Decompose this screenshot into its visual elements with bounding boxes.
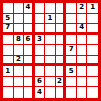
given-digit: 8 (16, 36, 21, 43)
cell-r3c5[interactable] (45, 24, 56, 35)
given-digit: 7 (69, 46, 74, 53)
cell-r5c3[interactable] (24, 45, 35, 56)
cell-r8c3[interactable] (24, 77, 35, 88)
cell-r6c1[interactable] (3, 56, 14, 67)
given-digit: 2 (57, 78, 62, 85)
cell-r1c8[interactable]: 2 (77, 3, 88, 14)
given-digit: 4 (37, 89, 42, 96)
cell-r1c5[interactable] (45, 3, 56, 14)
cell-r3c1[interactable]: 7 (3, 24, 14, 35)
cell-r5c4[interactable] (35, 45, 46, 56)
cell-r2c5[interactable]: 1 (45, 14, 56, 25)
cell-r7c6[interactable] (56, 66, 67, 77)
cell-r7c9[interactable] (87, 66, 98, 77)
cell-r6c2[interactable]: 2 (14, 56, 25, 67)
cell-r1c6[interactable] (56, 3, 67, 14)
cell-r7c2[interactable] (14, 66, 25, 77)
cell-r9c1[interactable] (3, 87, 14, 98)
given-digit: 5 (5, 15, 10, 22)
cell-r2c4[interactable] (35, 14, 46, 25)
cell-r5c6[interactable] (56, 45, 67, 56)
cell-r2c6[interactable] (56, 14, 67, 25)
given-digit: 3 (37, 36, 42, 43)
given-digit: 6 (37, 78, 42, 85)
given-digit: 6 (25, 36, 30, 43)
given-digit: 5 (69, 68, 74, 75)
cell-r5c9[interactable] (87, 45, 98, 56)
cell-r9c8[interactable] (77, 87, 88, 98)
given-digit: 7 (5, 24, 10, 31)
cell-r2c3[interactable] (24, 14, 35, 25)
cell-r9c2[interactable] (14, 87, 25, 98)
cell-r4c6[interactable] (56, 35, 67, 46)
cell-r8c1[interactable] (3, 77, 14, 88)
cell-r3c2[interactable] (14, 24, 25, 35)
given-digit: 1 (48, 15, 53, 22)
cell-r7c3[interactable] (24, 66, 35, 77)
cell-r1c3[interactable]: 4 (24, 3, 35, 14)
cell-r6c6[interactable] (56, 56, 67, 67)
cell-r1c4[interactable] (35, 3, 46, 14)
cell-r9c3[interactable] (24, 87, 35, 98)
cell-r4c9[interactable] (87, 35, 98, 46)
given-digit: 4 (79, 24, 84, 31)
cell-r9c4[interactable]: 4 (35, 87, 46, 98)
cell-r4c3[interactable]: 6 (24, 35, 35, 46)
cell-r3c8[interactable]: 4 (77, 24, 88, 35)
cell-r9c7[interactable] (66, 87, 77, 98)
cell-r4c5[interactable] (45, 35, 56, 46)
given-digit: 2 (16, 56, 21, 63)
cell-r7c7[interactable]: 5 (66, 66, 77, 77)
cell-r8c8[interactable] (77, 77, 88, 88)
cell-r5c1[interactable] (3, 45, 14, 56)
cell-r4c1[interactable] (3, 35, 14, 46)
cell-r7c4[interactable] (35, 66, 46, 77)
cell-r8c6[interactable]: 2 (56, 77, 67, 88)
cell-r8c2[interactable] (14, 77, 25, 88)
cell-r1c9[interactable]: 1 (87, 3, 98, 14)
cell-r8c9[interactable] (87, 77, 98, 88)
given-digit: 2 (79, 4, 84, 11)
cell-r3c6[interactable] (56, 24, 67, 35)
cell-r6c7[interactable] (66, 56, 77, 67)
cell-r8c4[interactable]: 6 (35, 77, 46, 88)
cell-r6c4[interactable] (35, 56, 46, 67)
cell-r5c7[interactable]: 7 (66, 45, 77, 56)
cell-r4c7[interactable] (66, 35, 77, 46)
cell-r6c3[interactable] (24, 56, 35, 67)
cell-r4c8[interactable] (77, 35, 88, 46)
cell-r7c1[interactable]: 1 (3, 66, 14, 77)
cell-r7c5[interactable] (45, 66, 56, 77)
cell-r1c2[interactable] (14, 3, 25, 14)
cell-r3c4[interactable] (35, 24, 46, 35)
given-digit: 4 (25, 4, 30, 11)
sudoku-board: 42151748637215624 (0, 0, 101, 101)
cell-r7c8[interactable] (77, 66, 88, 77)
cell-r5c8[interactable] (77, 45, 88, 56)
cell-r4c4[interactable]: 3 (35, 35, 46, 46)
cell-r3c3[interactable] (24, 24, 35, 35)
cell-r8c5[interactable] (45, 77, 56, 88)
cell-r4c2[interactable]: 8 (14, 35, 25, 46)
given-digit: 1 (5, 68, 10, 75)
cell-r3c7[interactable] (66, 24, 77, 35)
cell-r2c9[interactable] (87, 14, 98, 25)
cell-r8c7[interactable] (66, 77, 77, 88)
cell-r2c2[interactable] (14, 14, 25, 25)
cell-r1c7[interactable] (66, 3, 77, 14)
cell-r1c1[interactable] (3, 3, 14, 14)
cell-r9c9[interactable] (87, 87, 98, 98)
cell-r3c9[interactable] (87, 24, 98, 35)
given-digit: 1 (90, 4, 95, 11)
cell-r9c6[interactable] (56, 87, 67, 98)
cell-r6c9[interactable] (87, 56, 98, 67)
cell-r9c5[interactable] (45, 87, 56, 98)
cell-r5c5[interactable] (45, 45, 56, 56)
cell-r6c8[interactable] (77, 56, 88, 67)
cell-r6c5[interactable] (45, 56, 56, 67)
cell-r2c7[interactable] (66, 14, 77, 25)
